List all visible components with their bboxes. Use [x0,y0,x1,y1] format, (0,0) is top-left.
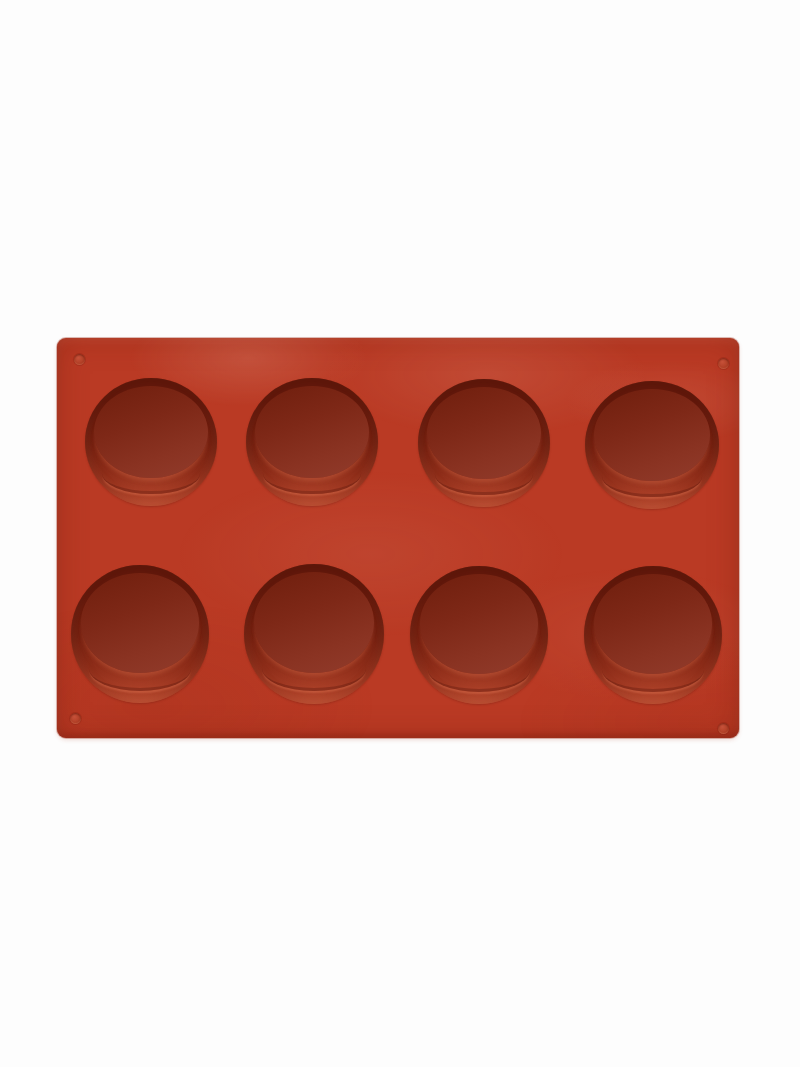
photo-background [0,0,800,1067]
mold-cavity-r2c1 [71,565,209,703]
mold-cavity-r2c3 [410,566,548,704]
corner-rivet-3 [70,713,81,724]
mold-cavity-r1c2 [246,378,378,506]
mold-cavity-r1c1 [85,378,217,506]
mold-cavity-r2c4 [584,566,722,704]
mold-cavity-r1c3 [418,379,550,507]
mold-cavity-r1c4 [585,381,719,509]
corner-rivet-2 [718,358,729,369]
corner-rivet-1 [74,354,85,365]
silicone-mold [57,338,739,738]
mold-cavity-r2c2 [244,564,384,704]
corner-rivet-4 [718,723,729,734]
